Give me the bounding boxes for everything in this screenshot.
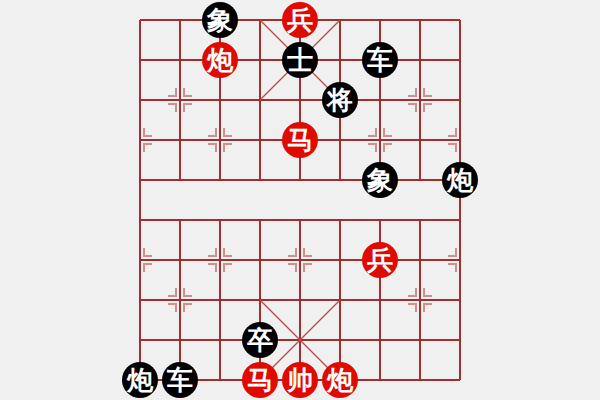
piece-black-cannon[interactable]: 炮	[442, 162, 478, 198]
board-cell: 炮	[320, 360, 360, 400]
board-cell: 车	[160, 360, 200, 400]
piece-red-cannon[interactable]: 炮	[322, 362, 358, 398]
pieces-layer: 象兵炮士车将马象炮兵卒炮车马帅炮	[120, 0, 480, 400]
board-cell: 炮	[120, 360, 160, 400]
piece-red-general[interactable]: 帅	[282, 362, 318, 398]
board-cell: 马	[280, 120, 320, 160]
piece-black-soldier[interactable]: 卒	[242, 322, 278, 358]
board-cell: 炮	[200, 40, 240, 80]
board-cell: 马	[240, 360, 280, 400]
board-cell: 兵	[360, 240, 400, 280]
piece-red-horse[interactable]: 马	[242, 362, 278, 398]
piece-red-soldier[interactable]: 兵	[282, 2, 318, 38]
board-cell: 象	[360, 160, 400, 200]
piece-black-elephant[interactable]: 象	[362, 162, 398, 198]
board-cell: 卒	[240, 320, 280, 360]
piece-black-advisor[interactable]: 士	[282, 42, 318, 78]
piece-red-horse[interactable]: 马	[282, 122, 318, 158]
board-cell: 炮	[440, 160, 480, 200]
xiangqi-screenshot: 象兵炮士车将马象炮兵卒炮车马帅炮	[0, 0, 600, 400]
piece-black-chariot[interactable]: 车	[362, 42, 398, 78]
piece-black-elephant[interactable]: 象	[202, 2, 238, 38]
piece-red-soldier[interactable]: 兵	[362, 242, 398, 278]
piece-black-cannon[interactable]: 炮	[122, 362, 158, 398]
piece-black-chariot[interactable]: 车	[162, 362, 198, 398]
board-cell: 将	[320, 80, 360, 120]
board-cell: 兵	[280, 0, 320, 40]
piece-black-general[interactable]: 将	[322, 82, 358, 118]
piece-red-cannon[interactable]: 炮	[202, 42, 238, 78]
board-cell: 象	[200, 0, 240, 40]
board-cell: 车	[360, 40, 400, 80]
board-cell: 士	[280, 40, 320, 80]
board-cell: 帅	[280, 360, 320, 400]
xiangqi-board[interactable]: 象兵炮士车将马象炮兵卒炮车马帅炮	[0, 0, 600, 400]
